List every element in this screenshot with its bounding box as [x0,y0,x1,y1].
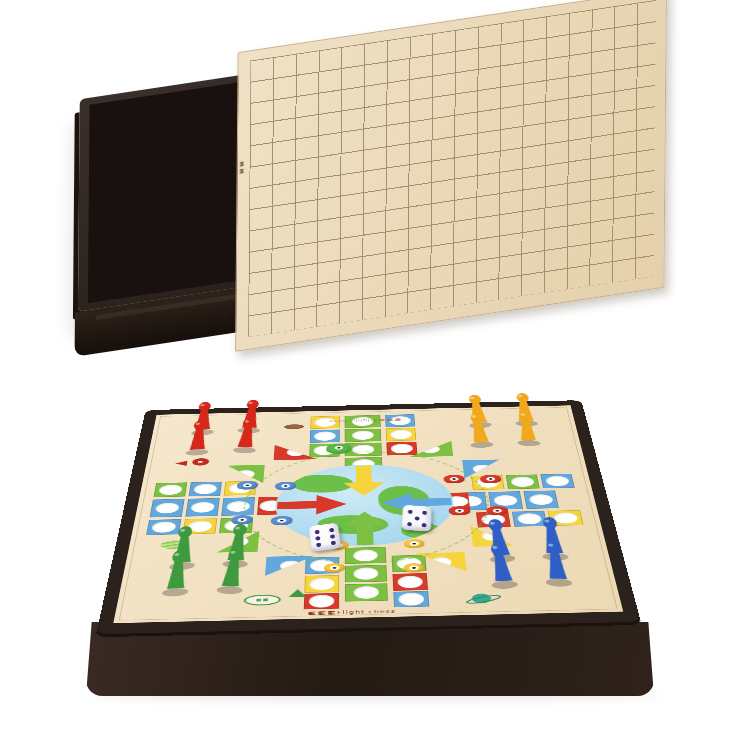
green-pawn[interactable] [213,547,253,596]
track-circle [421,445,440,453]
track-cell [185,498,219,517]
track-circle [314,431,336,441]
track-circle [155,503,180,514]
critter-eye [486,477,495,481]
track-cell [506,474,540,489]
track-circle [287,448,306,456]
yellow-chick [403,563,424,573]
green-arrow-tail [357,526,374,545]
track-cell [345,429,382,442]
track-cell [345,565,387,583]
wood-knot [284,424,304,429]
track-cell [304,575,339,593]
red-monster [443,475,465,484]
track-circle [353,567,378,580]
yellow-arrow [343,482,385,496]
critter-eye [455,509,464,513]
track-cell [393,591,429,607]
green-arrow [343,511,387,526]
red-monster [448,506,471,516]
die-pip [407,509,412,513]
die-pip [407,522,412,526]
critter-eye [281,484,290,488]
green-alien [326,443,351,454]
yellow-arrow-tail [356,465,372,482]
start-marker-green [243,594,281,606]
board-edge-marking [240,161,245,174]
yellow-pawn[interactable] [511,410,544,447]
label-english: Flight chess [337,609,396,615]
track-circle [158,484,182,495]
go-board[interactable] [235,0,667,352]
track-cell [310,430,340,443]
critter-eye [238,518,247,522]
track-circle [472,465,492,474]
die-pip [316,542,321,547]
blue-pawn[interactable] [537,539,576,588]
go-grid [248,0,656,337]
die-showing-5[interactable] [401,505,431,532]
track-cell [393,573,429,591]
track-cell [523,490,559,508]
yellow-chick [324,563,345,573]
saturn-ring [464,593,503,605]
track-circle [309,578,334,591]
critter-eye [493,508,503,512]
product-photo-scene: Flight chessFlight chess [0,0,750,750]
track-circle [280,560,301,570]
track-cell [345,583,388,601]
blue-alien [271,516,293,526]
board-title-bottom: Flight chess [307,609,395,615]
track-circle [397,576,423,589]
red-pawn[interactable] [182,419,214,457]
critter-eye [409,566,419,571]
track-cell [304,593,339,609]
track-cell [386,428,417,441]
track-circle [190,502,215,513]
track-circle [309,595,335,608]
red-arrow-tail [277,501,316,509]
die-pip [329,528,334,533]
die-pip [314,529,319,534]
critter-eye [277,518,286,522]
yellow-chick [404,539,425,548]
critter-eye [243,483,252,487]
die-pip [315,536,320,541]
track-cell [153,482,187,497]
die-pip [421,523,426,527]
track-cell [189,482,222,497]
start-arrow-left [175,461,188,466]
track-circle [528,494,553,505]
die-pip [330,540,335,545]
start-arrow-up [289,589,307,597]
ludo-box-top: Flight chessFlight chess [96,400,641,634]
red-pawn[interactable] [230,417,264,454]
track-circle [354,586,379,599]
track-circle [235,470,255,479]
flying-chess-board: Flight chessFlight chess [113,405,623,623]
die-pip [329,534,334,539]
red-monster [486,506,509,516]
die-pip [422,510,427,514]
saturn-planet [471,593,492,603]
track-circle [545,476,570,487]
flying-chess-assembly: Flight chessFlight chess [62,338,688,718]
track-cell [540,474,574,489]
critter-eye [450,477,459,481]
die-showing-6[interactable] [309,523,341,552]
critter-eye [409,541,419,546]
track-circle [430,557,452,567]
track-circle [510,476,535,487]
critter-eye [330,566,339,571]
go-board-drawer-assembly [58,14,718,354]
die-pip [414,516,419,520]
start-marker-red [192,458,210,466]
critter-eye [335,446,343,450]
ludo-box-front-face [86,622,654,696]
track-circle [390,430,412,440]
track-circle [193,484,217,495]
track-circle [352,430,374,440]
track-circle [398,593,424,606]
red-monster [480,475,502,484]
track-cell [150,499,185,518]
track-circle [493,495,518,506]
green-pawn[interactable] [158,548,196,598]
